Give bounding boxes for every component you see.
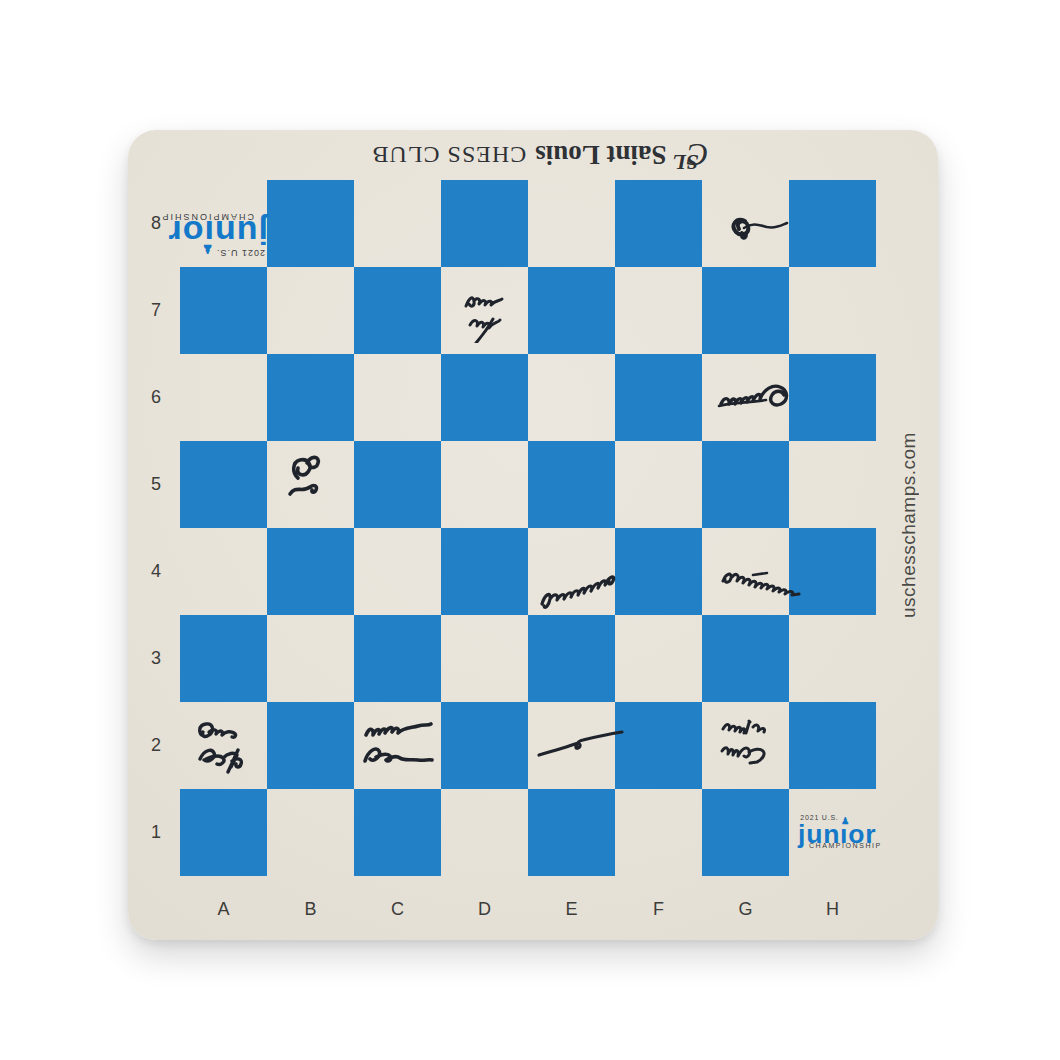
square-d6[interactable] [441, 354, 528, 441]
square-f1[interactable] [615, 789, 702, 876]
signature-g8 [721, 213, 789, 243]
slcc-monogram-icon: C SL [675, 136, 709, 174]
square-h5[interactable] [789, 441, 876, 528]
square-b2[interactable] [267, 702, 354, 789]
square-g1[interactable] [702, 789, 789, 876]
rank-label-3: 3 [146, 615, 166, 702]
square-f4[interactable] [615, 528, 702, 615]
square-a1[interactable] [180, 789, 267, 876]
junior-wordmark: junı♟or [798, 822, 892, 845]
junior-logo-bottom-right: 2021 U.S. junı♟or CHAMPIONSHIP [798, 814, 892, 865]
square-b3[interactable] [267, 615, 354, 702]
square-a5[interactable] [180, 441, 267, 528]
square-f5[interactable] [615, 441, 702, 528]
signature-g6 [716, 378, 796, 413]
square-g7[interactable] [702, 267, 789, 354]
square-b4[interactable] [267, 528, 354, 615]
file-label-b: B [267, 894, 354, 924]
square-c1[interactable] [354, 789, 441, 876]
square-e5[interactable] [528, 441, 615, 528]
square-d4[interactable] [441, 528, 528, 615]
junior-logo-top-left: 2021 U.S. junı♟or CHAMPIONSHIP [148, 192, 268, 258]
square-c5[interactable] [354, 441, 441, 528]
square-c4[interactable] [354, 528, 441, 615]
rank-label-7: 7 [146, 267, 166, 354]
signature-b5 [281, 453, 327, 503]
file-label-d: D [441, 894, 528, 924]
square-f6[interactable] [615, 354, 702, 441]
square-e7[interactable] [528, 267, 615, 354]
square-c8[interactable] [354, 180, 441, 267]
file-label-h: H [789, 894, 876, 924]
rank-label-1: 1 [146, 789, 166, 876]
signature-g2 [716, 715, 778, 765]
square-d2[interactable] [441, 702, 528, 789]
square-f7[interactable] [615, 267, 702, 354]
club-name-bold: Saint Louis [535, 140, 666, 171]
file-label-a: A [180, 894, 267, 924]
signature-c2 [358, 715, 434, 773]
square-f3[interactable] [615, 615, 702, 702]
square-e8[interactable] [528, 180, 615, 267]
website-url: uschesschamps.com [898, 452, 924, 618]
chess-mat: 87654321 ABCDEFGH C SL Saint Louis CHESS… [128, 130, 938, 940]
square-c7[interactable] [354, 267, 441, 354]
square-a6[interactable] [180, 354, 267, 441]
signature-e2 [535, 728, 625, 758]
board [180, 180, 876, 876]
square-c3[interactable] [354, 615, 441, 702]
square-e6[interactable] [528, 354, 615, 441]
club-name-caps: CHESS CLUB [372, 142, 527, 169]
square-h2[interactable] [789, 702, 876, 789]
square-g5[interactable] [702, 441, 789, 528]
square-d5[interactable] [441, 441, 528, 528]
square-a3[interactable] [180, 615, 267, 702]
square-h3[interactable] [789, 615, 876, 702]
pawn-icon: ♟ [201, 234, 213, 264]
square-f8[interactable] [615, 180, 702, 267]
photo-stage: 87654321 ABCDEFGH C SL Saint Louis CHESS… [0, 0, 1060, 1060]
square-b1[interactable] [267, 789, 354, 876]
square-c6[interactable] [354, 354, 441, 441]
square-e1[interactable] [528, 789, 615, 876]
square-d8[interactable] [441, 180, 528, 267]
square-a4[interactable] [180, 528, 267, 615]
square-a7[interactable] [180, 267, 267, 354]
file-label-g: G [702, 894, 789, 924]
square-h6[interactable] [789, 354, 876, 441]
rank-label-4: 4 [146, 528, 166, 615]
square-h8[interactable] [789, 180, 876, 267]
square-b7[interactable] [267, 267, 354, 354]
pawn-icon: ♟ [841, 809, 850, 832]
file-label-f: F [615, 894, 702, 924]
square-e3[interactable] [528, 615, 615, 702]
square-d1[interactable] [441, 789, 528, 876]
signature-g4 [713, 568, 803, 600]
file-label-c: C [354, 894, 441, 924]
rank-label-2: 2 [146, 702, 166, 789]
signature-e4 [536, 566, 624, 611]
square-b8[interactable] [267, 180, 354, 267]
square-d3[interactable] [441, 615, 528, 702]
rank-label-6: 6 [146, 354, 166, 441]
square-h7[interactable] [789, 267, 876, 354]
square-f2[interactable] [615, 702, 702, 789]
junior-wordmark: junı♟or [148, 218, 268, 248]
signature-d7 [460, 291, 508, 343]
square-b6[interactable] [267, 354, 354, 441]
file-label-e: E [528, 894, 615, 924]
club-branding: C SL Saint Louis CHESS CLUB [356, 134, 724, 176]
signature-a2 [190, 721, 252, 777]
square-g3[interactable] [702, 615, 789, 702]
rank-label-5: 5 [146, 441, 166, 528]
